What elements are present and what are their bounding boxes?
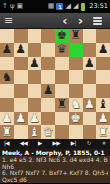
square-e1[interactable] <box>55 125 69 139</box>
square-d8[interactable] <box>41 29 55 43</box>
square-f5[interactable] <box>69 70 83 84</box>
square-f7[interactable] <box>69 43 83 57</box>
piece-white-pawn: ♟ <box>98 112 109 125</box>
square-h3[interactable]: ♝ <box>96 98 110 112</box>
square-d3[interactable] <box>41 98 55 112</box>
square-d2[interactable] <box>41 112 55 126</box>
piece-black-rook: ♜ <box>70 29 81 42</box>
usb-icon: ψ <box>10 0 15 13</box>
move-line[interactable]: Qxc5 d6 <box>2 177 108 184</box>
square-h5[interactable] <box>96 70 110 84</box>
favorite-button[interactable]: ★ <box>102 139 106 148</box>
square-a5[interactable]: ♞ <box>0 70 14 84</box>
square-d6[interactable] <box>41 57 55 71</box>
piece-white-rook: ♜ <box>1 126 12 139</box>
square-a6[interactable] <box>0 57 14 71</box>
next-game-button[interactable]: › <box>78 13 83 28</box>
square-h1[interactable]: ♜ <box>96 125 110 139</box>
piece-white-pawn: ♟ <box>84 98 95 111</box>
square-d4[interactable]: ♟ <box>41 84 55 98</box>
piece-black-pawn: ♟ <box>84 57 95 70</box>
play-button[interactable]: ▶ <box>38 139 42 148</box>
square-f1[interactable] <box>69 125 83 139</box>
square-a4[interactable] <box>0 84 14 98</box>
piece-white-pawn: ♟ <box>15 112 26 125</box>
piece-black-knight: ♞ <box>1 71 12 84</box>
square-e5[interactable] <box>55 70 69 84</box>
square-e8[interactable]: ♚ <box>55 29 69 43</box>
upload-icon: ↑ <box>2 0 8 13</box>
square-c7[interactable] <box>28 43 42 57</box>
square-c6[interactable]: ♟ <box>28 57 42 71</box>
square-g4[interactable] <box>83 84 97 98</box>
square-a2[interactable]: ♟ <box>0 112 14 126</box>
piece-white-knight: ♞ <box>70 98 81 111</box>
piece-black-bishop: ♝ <box>98 98 109 111</box>
previous-game-button[interactable]: ‹ <box>62 13 67 28</box>
piece-white-rook: ♜ <box>98 126 109 139</box>
mobile-data-icon: ◢ <box>65 0 70 13</box>
square-a7[interactable]: ♟ <box>0 43 14 57</box>
square-b3[interactable] <box>14 98 28 112</box>
piece-black-pawn: ♟ <box>43 84 54 97</box>
playback-controls: |◀◀◀▶▶▶▶|↻★ <box>0 139 110 148</box>
square-d5[interactable] <box>41 70 55 84</box>
piece-white-king: ♚ <box>70 112 81 125</box>
piece-white-pawn: ♟ <box>29 112 40 125</box>
step-forward-button[interactable]: ▶▶ <box>53 139 60 148</box>
square-f6[interactable] <box>69 57 83 71</box>
square-h2[interactable]: ♟ <box>96 112 110 126</box>
square-b7[interactable]: ♟ <box>14 43 28 57</box>
square-c8[interactable] <box>28 29 42 43</box>
square-f8[interactable]: ♜ <box>69 29 83 43</box>
piece-white-bishop: ♝ <box>29 126 40 139</box>
square-h4[interactable] <box>96 84 110 98</box>
piece-black-king: ♚ <box>56 29 67 42</box>
square-e6[interactable] <box>55 57 69 71</box>
square-b4[interactable] <box>14 84 28 98</box>
screenshot-icon: ▣ <box>17 0 24 13</box>
flip-board-button[interactable]: ↻ <box>87 139 91 148</box>
grid-icon: ▦ <box>48 0 55 13</box>
square-a8[interactable] <box>0 29 14 43</box>
square-b1[interactable] <box>14 125 28 139</box>
app-action-bar: ≡ ‹ › <box>0 13 110 29</box>
square-c2[interactable]: ♟ <box>28 112 42 126</box>
square-g5[interactable] <box>83 70 97 84</box>
square-g8[interactable] <box>83 29 97 43</box>
chess-board: ♚♜♟♟♛♟♟♟♞♟♜♞♟♝♟♟♟♚♟♜♝♛♜ <box>0 29 110 139</box>
square-h8[interactable] <box>96 29 110 43</box>
piece-black-rook: ♜ <box>56 98 67 111</box>
step-back-button[interactable]: ◀◀ <box>20 139 27 148</box>
square-g1[interactable] <box>83 125 97 139</box>
game-title: Meek, A - Morphy, P, 1855, 0-1 <box>2 149 105 156</box>
square-g3[interactable]: ♟ <box>83 98 97 112</box>
piece-white-queen: ♛ <box>43 126 54 139</box>
menu-icon[interactable]: ≡ <box>4 13 13 28</box>
square-a1[interactable]: ♜ <box>0 125 14 139</box>
game-database-icon[interactable] <box>93 17 102 25</box>
square-h6[interactable] <box>96 57 110 71</box>
square-e7[interactable]: ♛ <box>55 43 69 57</box>
piece-black-queen: ♛ <box>56 43 67 56</box>
square-b8[interactable] <box>14 29 28 43</box>
piece-black-pawn: ♟ <box>15 43 26 56</box>
square-e4[interactable] <box>55 84 69 98</box>
go-to-start-button[interactable]: |◀ <box>4 139 9 148</box>
square-b5[interactable] <box>14 70 28 84</box>
game-title-bar: Meek, A - Morphy, P, 1855, 0-1 <box>0 148 110 156</box>
notification-badge: 1 <box>56 3 63 10</box>
square-d1[interactable]: ♛ <box>41 125 55 139</box>
square-g7[interactable] <box>83 43 97 57</box>
square-e3[interactable]: ♜ <box>55 98 69 112</box>
square-b2[interactable]: ♟ <box>14 112 28 126</box>
square-f2[interactable]: ♚ <box>69 112 83 126</box>
square-e2[interactable] <box>55 112 69 126</box>
square-h7[interactable]: ♟ <box>96 43 110 57</box>
square-f3[interactable]: ♞ <box>69 98 83 112</box>
battery-icon <box>81 3 85 11</box>
piece-white-pawn: ♟ <box>1 112 12 125</box>
piece-black-pawn: ♟ <box>98 43 109 56</box>
square-b6[interactable] <box>14 57 28 71</box>
square-g2[interactable] <box>83 112 97 126</box>
square-a3[interactable] <box>0 98 14 112</box>
piece-black-pawn: ♟ <box>1 43 12 56</box>
square-d7[interactable] <box>41 43 55 57</box>
status-bar-clock: 23:51 <box>89 0 108 13</box>
square-c3[interactable] <box>28 98 42 112</box>
square-c1[interactable]: ♝ <box>28 125 42 139</box>
android-status-bar: ↑ ψ ▣ ▦ 1 ◢ ◢ 23:51 <box>0 0 110 13</box>
square-f4[interactable] <box>69 84 83 98</box>
square-g6[interactable]: ♟ <box>83 57 97 71</box>
piece-black-pawn: ♟ <box>29 57 40 70</box>
move-line[interactable]: 1. e4 e5 2. Nf3 Nc6 3. d4 exd4 4. Bc4 Bc… <box>2 157 108 164</box>
signal-strength-icon: ◢ <box>73 0 78 13</box>
go-to-end-button[interactable]: ▶| <box>71 139 76 148</box>
square-c4[interactable] <box>28 84 42 98</box>
move-list[interactable]: 1. e4 e5 2. Nf3 Nc6 3. d4 exd4 4. Bc4 Bc… <box>0 156 110 183</box>
square-c5[interactable] <box>28 70 42 84</box>
